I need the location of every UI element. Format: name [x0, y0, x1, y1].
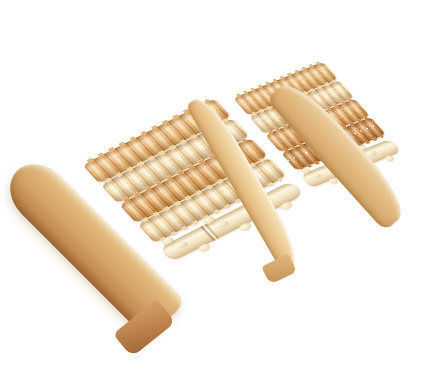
acupressure-nub	[300, 167, 311, 175]
divider-end-grain	[261, 254, 297, 285]
acupressure-nub	[218, 220, 230, 228]
acupressure-nub	[384, 155, 395, 163]
acupressure-nub	[177, 241, 189, 249]
foot-massager	[0, 0, 430, 387]
segment-ring-groove	[200, 224, 220, 242]
acupressure-nub	[197, 243, 212, 253]
acupressure-nub	[369, 150, 378, 156]
acupressure-nub	[279, 201, 294, 211]
product-photo-scene	[0, 0, 430, 387]
left-rail-end-grain	[113, 299, 175, 358]
acupressure-nub	[313, 173, 322, 179]
acupressure-nub	[238, 222, 253, 232]
